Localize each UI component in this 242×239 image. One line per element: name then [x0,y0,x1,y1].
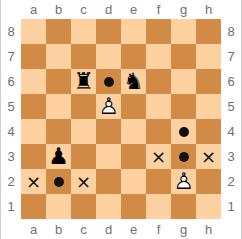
square-f1[interactable] [146,194,171,219]
square-d4[interactable] [96,119,121,144]
file-label-e-top: e [121,0,146,19]
square-d1[interactable] [96,194,121,219]
black-pawn-piece[interactable]: ♟ [46,144,71,169]
square-d7[interactable] [96,44,121,69]
square-a6[interactable] [21,69,46,94]
square-a4[interactable] [21,119,46,144]
rank-label-3-left: 3 [1,144,21,169]
square-d5[interactable]: ♟♙ [96,94,121,119]
square-g3[interactable] [171,144,196,169]
square-a3[interactable] [21,144,46,169]
square-c8[interactable] [71,19,96,44]
rank-label-2-right: 2 [221,169,241,194]
file-label-f-bottom: f [146,219,171,239]
square-f5[interactable] [146,94,171,119]
square-e1[interactable] [121,194,146,219]
square-g6[interactable] [171,69,196,94]
rank-label-8-left: 8 [1,19,21,44]
file-label-d-bottom: d [96,219,121,239]
square-a2[interactable]: × [21,169,46,194]
square-a1[interactable] [21,194,46,219]
x-marker-icon: × [76,173,91,191]
move-dot-wrap [171,119,196,144]
square-e7[interactable] [121,44,146,69]
file-label-b-bottom: b [46,219,71,239]
square-f8[interactable] [146,19,171,44]
move-dot-wrap [171,144,196,169]
square-f4[interactable] [146,119,171,144]
file-label-a-top: a [21,0,46,19]
square-b3[interactable]: ♟ [46,144,71,169]
square-h8[interactable] [196,19,221,44]
rank-label-8-right: 8 [221,19,241,44]
x-marker-icon: × [26,173,41,191]
square-c7[interactable] [71,44,96,69]
square-b7[interactable] [46,44,71,69]
move-dot-icon [179,127,189,137]
square-c1[interactable] [71,194,96,219]
white-piece-outline: ♙ [96,94,121,119]
square-e4[interactable] [121,119,146,144]
x-marker-wrap: × [71,169,96,194]
square-h2[interactable] [196,169,221,194]
square-g5[interactable] [171,94,196,119]
x-marker-wrap: × [21,169,46,194]
move-dot-icon [104,77,114,87]
square-a5[interactable] [21,94,46,119]
x-marker-icon: × [151,148,166,166]
black-rook-piece[interactable]: ♜ [71,69,96,94]
rank-label-1-left: 1 [1,194,21,219]
square-b2[interactable] [46,169,71,194]
file-label-f-top: f [146,0,171,19]
black-knight-piece[interactable]: ♞ [121,69,146,94]
square-b1[interactable] [46,194,71,219]
chess-board: abcdefgh88776♜♞65♟♙5443♟××32××♟♙211abcde… [1,0,241,239]
move-dot-icon [179,152,189,162]
x-marker-wrap: × [196,144,221,169]
board-corner [1,0,21,19]
square-h4[interactable] [196,119,221,144]
square-a7[interactable] [21,44,46,69]
rank-label-6-right: 6 [221,69,241,94]
file-label-c-bottom: c [71,219,96,239]
square-d3[interactable] [96,144,121,169]
square-f7[interactable] [146,44,171,69]
rank-label-4-right: 4 [221,119,241,144]
square-g1[interactable] [171,194,196,219]
file-label-g-bottom: g [171,219,196,239]
square-e5[interactable] [121,94,146,119]
rank-label-6-left: 6 [1,69,21,94]
file-label-b-top: b [46,0,71,19]
square-b8[interactable] [46,19,71,44]
white-pawn-piece[interactable]: ♟♙ [96,94,121,119]
square-h1[interactable] [196,194,221,219]
square-g2[interactable]: ♟♙ [171,169,196,194]
file-label-d-top: d [96,0,121,19]
white-piece-outline: ♙ [171,169,196,194]
square-g4[interactable] [171,119,196,144]
file-label-e-bottom: e [121,219,146,239]
square-d8[interactable] [96,19,121,44]
rank-label-7-right: 7 [221,44,241,69]
square-e3[interactable] [121,144,146,169]
file-label-h-top: h [196,0,221,19]
square-c3[interactable] [71,144,96,169]
square-c4[interactable] [71,119,96,144]
square-c6[interactable]: ♜ [71,69,96,94]
square-d2[interactable] [96,169,121,194]
square-b6[interactable] [46,69,71,94]
square-g7[interactable] [171,44,196,69]
square-a8[interactable] [21,19,46,44]
rank-label-3-right: 3 [221,144,241,169]
square-g8[interactable] [171,19,196,44]
square-b5[interactable] [46,94,71,119]
board-corner [221,219,241,239]
square-e2[interactable] [121,169,146,194]
square-h6[interactable] [196,69,221,94]
rank-label-7-left: 7 [1,44,21,69]
chess-diagram: abcdefgh88776♜♞65♟♙5443♟××32××♟♙211abcde… [0,0,242,239]
move-dot-wrap [46,169,71,194]
square-c2[interactable]: × [71,169,96,194]
square-e6[interactable]: ♞ [121,69,146,94]
move-dot-wrap [96,69,121,94]
board-corner [1,219,21,239]
file-label-c-top: c [71,0,96,19]
square-c5[interactable] [71,94,96,119]
rank-label-2-left: 2 [1,169,21,194]
square-h7[interactable] [196,44,221,69]
white-pawn-piece[interactable]: ♟♙ [171,169,196,194]
square-h5[interactable] [196,94,221,119]
file-label-h-bottom: h [196,219,221,239]
rank-label-5-left: 5 [1,94,21,119]
file-label-g-top: g [171,0,196,19]
rank-label-5-right: 5 [221,94,241,119]
square-d6[interactable] [96,69,121,94]
x-marker-icon: × [201,148,216,166]
square-b4[interactable] [46,119,71,144]
rank-label-4-left: 4 [1,119,21,144]
file-label-a-bottom: a [21,219,46,239]
square-f6[interactable] [146,69,171,94]
x-marker-wrap: × [146,144,171,169]
move-dot-icon [54,177,64,187]
square-h3[interactable]: × [196,144,221,169]
square-f3[interactable]: × [146,144,171,169]
rank-label-1-right: 1 [221,194,241,219]
square-e8[interactable] [121,19,146,44]
square-f2[interactable] [146,169,171,194]
board-corner [221,0,241,19]
